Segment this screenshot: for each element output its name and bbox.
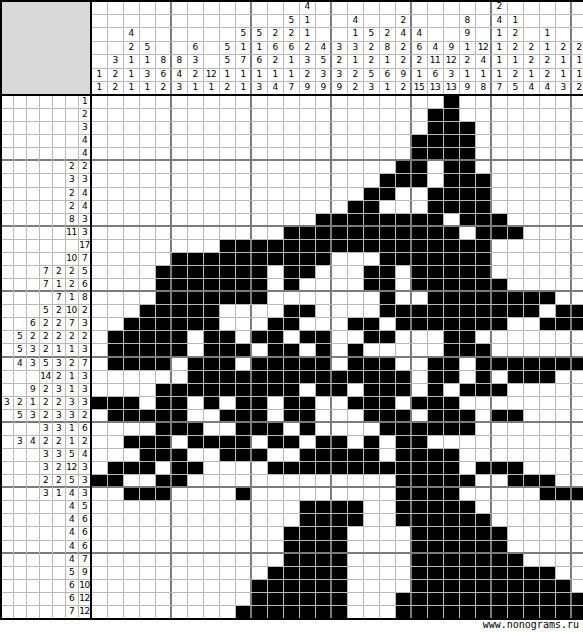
filled-cell[interactable] <box>171 304 187 318</box>
filled-cell[interactable] <box>411 553 427 567</box>
filled-cell[interactable] <box>443 513 459 527</box>
filled-cell[interactable] <box>571 592 583 606</box>
filled-cell[interactable] <box>459 526 475 540</box>
filled-cell[interactable] <box>475 526 491 540</box>
filled-cell[interactable] <box>347 317 363 331</box>
filled-cell[interactable] <box>331 370 347 384</box>
filled-cell[interactable] <box>427 304 443 318</box>
filled-cell[interactable] <box>395 370 411 384</box>
filled-cell[interactable] <box>331 435 347 449</box>
filled-cell[interactable] <box>315 526 331 540</box>
filled-cell[interactable] <box>395 252 411 266</box>
filled-cell[interactable] <box>267 435 283 449</box>
filled-cell[interactable] <box>411 500 427 514</box>
filled-cell[interactable] <box>187 291 203 305</box>
filled-cell[interactable] <box>347 396 363 410</box>
filled-cell[interactable] <box>539 592 555 606</box>
filled-cell[interactable] <box>395 448 411 462</box>
filled-cell[interactable] <box>171 448 187 462</box>
filled-cell[interactable] <box>507 291 523 305</box>
filled-cell[interactable] <box>299 605 315 619</box>
filled-cell[interactable] <box>187 304 203 318</box>
filled-cell[interactable] <box>171 330 187 344</box>
filled-cell[interactable] <box>427 291 443 305</box>
filled-cell[interactable] <box>443 330 459 344</box>
filled-cell[interactable] <box>171 291 187 305</box>
filled-cell[interactable] <box>443 592 459 606</box>
filled-cell[interactable] <box>571 304 583 318</box>
filled-cell[interactable] <box>427 579 443 593</box>
filled-cell[interactable] <box>315 513 331 527</box>
filled-cell[interactable] <box>443 226 459 240</box>
filled-cell[interactable] <box>539 579 555 593</box>
filled-cell[interactable] <box>395 226 411 240</box>
filled-cell[interactable] <box>283 553 299 567</box>
filled-cell[interactable] <box>427 500 443 514</box>
filled-cell[interactable] <box>315 357 331 371</box>
filled-cell[interactable] <box>491 383 507 397</box>
filled-cell[interactable] <box>443 304 459 318</box>
filled-cell[interactable] <box>411 566 427 580</box>
filled-cell[interactable] <box>491 526 507 540</box>
filled-cell[interactable] <box>443 357 459 371</box>
filled-cell[interactable] <box>379 396 395 410</box>
filled-cell[interactable] <box>203 317 219 331</box>
filled-cell[interactable] <box>155 357 171 371</box>
filled-cell[interactable] <box>315 383 331 397</box>
filled-cell[interactable] <box>443 605 459 619</box>
filled-cell[interactable] <box>251 592 267 606</box>
filled-cell[interactable] <box>427 265 443 279</box>
filled-cell[interactable] <box>331 239 347 253</box>
filled-cell[interactable] <box>523 579 539 593</box>
filled-cell[interactable] <box>379 187 395 201</box>
filled-cell[interactable] <box>155 435 171 449</box>
filled-cell[interactable] <box>171 396 187 410</box>
filled-cell[interactable] <box>299 526 315 540</box>
filled-cell[interactable] <box>155 317 171 331</box>
filled-cell[interactable] <box>555 487 571 501</box>
filled-cell[interactable] <box>491 304 507 318</box>
filled-cell[interactable] <box>475 592 491 606</box>
filled-cell[interactable] <box>283 226 299 240</box>
filled-cell[interactable] <box>283 566 299 580</box>
filled-cell[interactable] <box>555 605 571 619</box>
filled-cell[interactable] <box>267 239 283 253</box>
filled-cell[interactable] <box>187 383 203 397</box>
filled-cell[interactable] <box>267 592 283 606</box>
filled-cell[interactable] <box>555 304 571 318</box>
filled-cell[interactable] <box>283 265 299 279</box>
filled-cell[interactable] <box>411 487 427 501</box>
filled-cell[interactable] <box>443 553 459 567</box>
filled-cell[interactable] <box>219 448 235 462</box>
filled-cell[interactable] <box>315 239 331 253</box>
filled-cell[interactable] <box>299 239 315 253</box>
filled-cell[interactable] <box>139 435 155 449</box>
filled-cell[interactable] <box>411 173 427 187</box>
filled-cell[interactable] <box>459 200 475 214</box>
filled-cell[interactable] <box>267 422 283 436</box>
filled-cell[interactable] <box>299 566 315 580</box>
filled-cell[interactable] <box>171 317 187 331</box>
filled-cell[interactable] <box>395 239 411 253</box>
filled-cell[interactable] <box>427 226 443 240</box>
filled-cell[interactable] <box>427 370 443 384</box>
filled-cell[interactable] <box>299 592 315 606</box>
filled-cell[interactable] <box>299 252 315 266</box>
filled-cell[interactable] <box>363 265 379 279</box>
filled-cell[interactable] <box>459 265 475 279</box>
filled-cell[interactable] <box>491 461 507 475</box>
filled-cell[interactable] <box>331 605 347 619</box>
filled-cell[interactable] <box>379 461 395 475</box>
filled-cell[interactable] <box>443 526 459 540</box>
filled-cell[interactable] <box>203 252 219 266</box>
filled-cell[interactable] <box>379 173 395 187</box>
filled-cell[interactable] <box>139 330 155 344</box>
filled-cell[interactable] <box>475 239 491 253</box>
filled-cell[interactable] <box>443 291 459 305</box>
filled-cell[interactable] <box>427 134 443 148</box>
filled-cell[interactable] <box>123 461 139 475</box>
filled-cell[interactable] <box>427 317 443 331</box>
filled-cell[interactable] <box>395 435 411 449</box>
filled-cell[interactable] <box>347 239 363 253</box>
filled-cell[interactable] <box>315 566 331 580</box>
filled-cell[interactable] <box>443 396 459 410</box>
filled-cell[interactable] <box>555 357 571 371</box>
filled-cell[interactable] <box>427 566 443 580</box>
filled-cell[interactable] <box>123 487 139 501</box>
filled-cell[interactable] <box>459 383 475 397</box>
filled-cell[interactable] <box>299 357 315 371</box>
filled-cell[interactable] <box>347 448 363 462</box>
filled-cell[interactable] <box>283 396 299 410</box>
filled-cell[interactable] <box>459 566 475 580</box>
filled-cell[interactable] <box>235 252 251 266</box>
filled-cell[interactable] <box>395 461 411 475</box>
filled-cell[interactable] <box>203 357 219 371</box>
filled-cell[interactable] <box>475 317 491 331</box>
filled-cell[interactable] <box>411 226 427 240</box>
filled-cell[interactable] <box>427 513 443 527</box>
filled-cell[interactable] <box>507 592 523 606</box>
filled-cell[interactable] <box>331 448 347 462</box>
filled-cell[interactable] <box>427 461 443 475</box>
filled-cell[interactable] <box>411 422 427 436</box>
filled-cell[interactable] <box>427 239 443 253</box>
filled-cell[interactable] <box>299 461 315 475</box>
filled-cell[interactable] <box>331 592 347 606</box>
filled-cell[interactable] <box>235 396 251 410</box>
filled-cell[interactable] <box>299 396 315 410</box>
filled-cell[interactable] <box>219 291 235 305</box>
filled-cell[interactable] <box>475 370 491 384</box>
filled-cell[interactable] <box>235 422 251 436</box>
filled-cell[interactable] <box>251 357 267 371</box>
filled-cell[interactable] <box>267 566 283 580</box>
filled-cell[interactable] <box>539 291 555 305</box>
filled-cell[interactable] <box>155 487 171 501</box>
filled-cell[interactable] <box>491 317 507 331</box>
filled-cell[interactable] <box>283 592 299 606</box>
filled-cell[interactable] <box>427 383 443 397</box>
filled-cell[interactable] <box>363 357 379 371</box>
filled-cell[interactable] <box>347 500 363 514</box>
filled-cell[interactable] <box>171 461 187 475</box>
filled-cell[interactable] <box>251 605 267 619</box>
filled-cell[interactable] <box>411 592 427 606</box>
filled-cell[interactable] <box>251 422 267 436</box>
filled-cell[interactable] <box>299 448 315 462</box>
filled-cell[interactable] <box>139 487 155 501</box>
filled-cell[interactable] <box>443 187 459 201</box>
filled-cell[interactable] <box>395 160 411 174</box>
filled-cell[interactable] <box>363 239 379 253</box>
filled-cell[interactable] <box>107 396 123 410</box>
filled-cell[interactable] <box>443 461 459 475</box>
filled-cell[interactable] <box>459 160 475 174</box>
filled-cell[interactable] <box>395 487 411 501</box>
filled-cell[interactable] <box>539 370 555 384</box>
filled-cell[interactable] <box>299 422 315 436</box>
filled-cell[interactable] <box>267 383 283 397</box>
filled-cell[interactable] <box>475 265 491 279</box>
filled-cell[interactable] <box>283 357 299 371</box>
filled-cell[interactable] <box>219 357 235 371</box>
filled-cell[interactable] <box>251 448 267 462</box>
filled-cell[interactable] <box>395 383 411 397</box>
filled-cell[interactable] <box>363 330 379 344</box>
filled-cell[interactable] <box>411 239 427 253</box>
filled-cell[interactable] <box>539 357 555 371</box>
filled-cell[interactable] <box>267 317 283 331</box>
filled-cell[interactable] <box>251 370 267 384</box>
filled-cell[interactable] <box>299 330 315 344</box>
filled-cell[interactable] <box>347 370 363 384</box>
filled-cell[interactable] <box>475 566 491 580</box>
filled-cell[interactable] <box>347 513 363 527</box>
filled-cell[interactable] <box>427 121 443 135</box>
filled-cell[interactable] <box>315 448 331 462</box>
filled-cell[interactable] <box>523 370 539 384</box>
filled-cell[interactable] <box>539 317 555 331</box>
filled-cell[interactable] <box>315 579 331 593</box>
filled-cell[interactable] <box>491 357 507 371</box>
filled-cell[interactable] <box>171 265 187 279</box>
filled-cell[interactable] <box>459 317 475 331</box>
filled-cell[interactable] <box>475 200 491 214</box>
filled-cell[interactable] <box>347 200 363 214</box>
filled-cell[interactable] <box>411 134 427 148</box>
filled-cell[interactable] <box>459 304 475 318</box>
filled-cell[interactable] <box>555 579 571 593</box>
filled-cell[interactable] <box>363 448 379 462</box>
filled-cell[interactable] <box>235 239 251 253</box>
filled-cell[interactable] <box>203 291 219 305</box>
filled-cell[interactable] <box>283 383 299 397</box>
filled-cell[interactable] <box>395 513 411 527</box>
filled-cell[interactable] <box>523 304 539 318</box>
filled-cell[interactable] <box>235 291 251 305</box>
filled-cell[interactable] <box>395 317 411 331</box>
filled-cell[interactable] <box>235 383 251 397</box>
filled-cell[interactable] <box>555 592 571 606</box>
filled-cell[interactable] <box>475 291 491 305</box>
filled-cell[interactable] <box>571 605 583 619</box>
filled-cell[interactable] <box>475 304 491 318</box>
filled-cell[interactable] <box>155 265 171 279</box>
filled-cell[interactable] <box>267 461 283 475</box>
filled-cell[interactable] <box>459 422 475 436</box>
filled-cell[interactable] <box>491 566 507 580</box>
filled-cell[interactable] <box>139 317 155 331</box>
filled-cell[interactable] <box>571 357 583 371</box>
filled-cell[interactable] <box>475 513 491 527</box>
filled-cell[interactable] <box>331 461 347 475</box>
filled-cell[interactable] <box>267 579 283 593</box>
filled-cell[interactable] <box>299 513 315 527</box>
filled-cell[interactable] <box>427 357 443 371</box>
filled-cell[interactable] <box>363 383 379 397</box>
filled-cell[interactable] <box>171 422 187 436</box>
filled-cell[interactable] <box>123 330 139 344</box>
filled-cell[interactable] <box>427 553 443 567</box>
filled-cell[interactable] <box>443 200 459 214</box>
filled-cell[interactable] <box>507 304 523 318</box>
filled-cell[interactable] <box>187 265 203 279</box>
filled-cell[interactable] <box>539 487 555 501</box>
filled-cell[interactable] <box>187 317 203 331</box>
filled-cell[interactable] <box>427 187 443 201</box>
filled-cell[interactable] <box>139 448 155 462</box>
filled-cell[interactable] <box>443 108 459 122</box>
filled-cell[interactable] <box>219 435 235 449</box>
filled-cell[interactable] <box>363 461 379 475</box>
filled-cell[interactable] <box>571 487 583 501</box>
filled-cell[interactable] <box>475 187 491 201</box>
filled-cell[interactable] <box>491 592 507 606</box>
filled-cell[interactable] <box>411 317 427 331</box>
filled-cell[interactable] <box>235 605 251 619</box>
filled-cell[interactable] <box>251 291 267 305</box>
filled-cell[interactable] <box>443 500 459 514</box>
filled-cell[interactable] <box>459 252 475 266</box>
filled-cell[interactable] <box>459 187 475 201</box>
filled-cell[interactable] <box>315 461 331 475</box>
filled-cell[interactable] <box>315 553 331 567</box>
filled-cell[interactable] <box>459 500 475 514</box>
filled-cell[interactable] <box>139 357 155 371</box>
filled-cell[interactable] <box>491 226 507 240</box>
filled-cell[interactable] <box>411 513 427 527</box>
filled-cell[interactable] <box>331 553 347 567</box>
filled-cell[interactable] <box>219 239 235 253</box>
filled-cell[interactable] <box>139 461 155 475</box>
filled-cell[interactable] <box>523 566 539 580</box>
filled-cell[interactable] <box>187 435 203 449</box>
filled-cell[interactable] <box>395 605 411 619</box>
filled-cell[interactable] <box>379 265 395 279</box>
filled-cell[interactable] <box>267 252 283 266</box>
filled-cell[interactable] <box>363 317 379 331</box>
filled-cell[interactable] <box>427 448 443 462</box>
filled-cell[interactable] <box>315 330 331 344</box>
filled-cell[interactable] <box>235 370 251 384</box>
filled-cell[interactable] <box>475 383 491 397</box>
filled-cell[interactable] <box>475 173 491 187</box>
filled-cell[interactable] <box>331 579 347 593</box>
filled-cell[interactable] <box>267 330 283 344</box>
filled-cell[interactable] <box>411 448 427 462</box>
filled-cell[interactable] <box>331 566 347 580</box>
filled-cell[interactable] <box>523 592 539 606</box>
filled-cell[interactable] <box>203 435 219 449</box>
filled-cell[interactable] <box>379 357 395 371</box>
filled-cell[interactable] <box>107 330 123 344</box>
filled-cell[interactable] <box>395 173 411 187</box>
filled-cell[interactable] <box>363 370 379 384</box>
filled-cell[interactable] <box>107 461 123 475</box>
filled-cell[interactable] <box>299 553 315 567</box>
filled-cell[interactable] <box>155 396 171 410</box>
filled-cell[interactable] <box>267 357 283 371</box>
filled-cell[interactable] <box>459 239 475 253</box>
filled-cell[interactable] <box>155 291 171 305</box>
filled-cell[interactable] <box>283 239 299 253</box>
filled-cell[interactable] <box>283 605 299 619</box>
filled-cell[interactable] <box>427 422 443 436</box>
filled-cell[interactable] <box>251 252 267 266</box>
filled-cell[interactable] <box>443 239 459 253</box>
filled-cell[interactable] <box>523 357 539 371</box>
filled-cell[interactable] <box>459 605 475 619</box>
filled-cell[interactable] <box>379 422 395 436</box>
filled-cell[interactable] <box>251 265 267 279</box>
filled-cell[interactable] <box>299 304 315 318</box>
filled-cell[interactable] <box>107 357 123 371</box>
filled-cell[interactable] <box>171 252 187 266</box>
filled-cell[interactable] <box>347 461 363 475</box>
filled-cell[interactable] <box>379 383 395 397</box>
filled-cell[interactable] <box>219 383 235 397</box>
filled-cell[interactable] <box>267 605 283 619</box>
filled-cell[interactable] <box>187 422 203 436</box>
filled-cell[interactable] <box>443 370 459 384</box>
filled-cell[interactable] <box>331 226 347 240</box>
filled-cell[interactable] <box>539 605 555 619</box>
filled-cell[interactable] <box>491 579 507 593</box>
filled-cell[interactable] <box>427 396 443 410</box>
filled-cell[interactable] <box>347 226 363 240</box>
filled-cell[interactable] <box>315 226 331 240</box>
filled-cell[interactable] <box>187 252 203 266</box>
filled-cell[interactable] <box>411 461 427 475</box>
filled-cell[interactable] <box>507 605 523 619</box>
filled-cell[interactable] <box>187 461 203 475</box>
filled-cell[interactable] <box>299 265 315 279</box>
filled-cell[interactable] <box>155 448 171 462</box>
filled-cell[interactable] <box>459 513 475 527</box>
filled-cell[interactable] <box>315 500 331 514</box>
filled-cell[interactable] <box>283 579 299 593</box>
filled-cell[interactable] <box>251 396 267 410</box>
filled-cell[interactable] <box>299 370 315 384</box>
filled-cell[interactable] <box>523 291 539 305</box>
filled-cell[interactable] <box>507 226 523 240</box>
filled-cell[interactable] <box>283 252 299 266</box>
